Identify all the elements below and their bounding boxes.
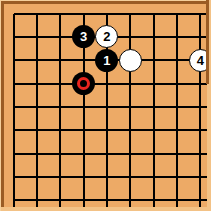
- board-point: [95, 165, 118, 188]
- frame-left-border: [1, 1, 4, 207]
- board-point: [2, 95, 25, 118]
- board-point: [49, 49, 72, 72]
- board-point: [49, 72, 72, 95]
- board-point: [165, 2, 188, 25]
- circle-marker-icon: [77, 77, 90, 90]
- board-point: [165, 95, 188, 118]
- board-point: [72, 119, 95, 142]
- board-point: [142, 95, 165, 118]
- board-point: [142, 49, 165, 72]
- cut-edge-right-lower: [207, 84, 211, 211]
- stone-move-number: 2: [103, 30, 110, 43]
- board-point: [25, 49, 48, 72]
- board-point: [72, 49, 95, 72]
- board-point: [142, 72, 165, 95]
- go-board-diagram: 3214: [0, 0, 211, 211]
- board-point: [72, 142, 95, 165]
- board-point: [142, 142, 165, 165]
- board-point: [25, 72, 48, 95]
- board-point: [2, 165, 25, 188]
- board-point: [142, 2, 165, 25]
- board-point: [2, 119, 25, 142]
- board-point: [119, 25, 142, 48]
- board-point: [142, 25, 165, 48]
- board-point: [119, 165, 142, 188]
- board-point: [119, 72, 142, 95]
- board-point: [119, 2, 142, 25]
- board-point: [25, 119, 48, 142]
- board-point: [72, 95, 95, 118]
- board-point: [165, 25, 188, 48]
- board-point: [49, 165, 72, 188]
- board-point: [165, 142, 188, 165]
- cut-edge-bottom: [1, 207, 211, 211]
- board-point: [2, 25, 25, 48]
- board-point: [119, 119, 142, 142]
- board-point: [49, 95, 72, 118]
- board-point: [119, 95, 142, 118]
- board-point: [49, 142, 72, 165]
- board-point: [95, 119, 118, 142]
- board-point: [2, 142, 25, 165]
- board-point: [2, 2, 25, 25]
- board-point: [165, 72, 188, 95]
- stone-move-number: 1: [103, 54, 110, 67]
- board-point: [165, 165, 188, 188]
- board-point: [25, 142, 48, 165]
- board-point: [72, 2, 95, 25]
- stone-move-number: 4: [197, 54, 204, 67]
- board-point: [25, 165, 48, 188]
- board-point: [49, 2, 72, 25]
- board-point: [2, 72, 25, 95]
- frame-top-border: [1, 1, 211, 4]
- board-point: [142, 119, 165, 142]
- board-point: [25, 95, 48, 118]
- board-point: [25, 25, 48, 48]
- board-point: [119, 142, 142, 165]
- board-point: [49, 119, 72, 142]
- stone-white: [119, 49, 142, 72]
- board-point: [165, 49, 188, 72]
- board-point: [142, 165, 165, 188]
- board-point: [95, 2, 118, 25]
- board-point: [49, 25, 72, 48]
- board-point: [165, 119, 188, 142]
- board-point: [95, 95, 118, 118]
- board-point: [95, 72, 118, 95]
- board-point: [2, 49, 25, 72]
- stone-move-number: 3: [80, 30, 87, 43]
- board-point: [25, 2, 48, 25]
- board-point: [72, 165, 95, 188]
- board-point: [95, 142, 118, 165]
